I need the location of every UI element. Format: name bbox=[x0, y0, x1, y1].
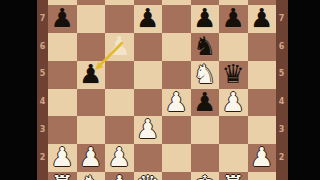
rank-label-6: 6 bbox=[276, 43, 287, 51]
white-pawn: ♟ bbox=[77, 144, 106, 172]
square-c2[interactable]: ♟ bbox=[105, 144, 134, 172]
square-e1[interactable] bbox=[162, 172, 191, 180]
square-f2[interactable] bbox=[191, 144, 220, 172]
square-c6[interactable] bbox=[105, 33, 134, 61]
square-b3[interactable] bbox=[77, 116, 106, 144]
square-g2[interactable] bbox=[219, 144, 248, 172]
square-g6[interactable] bbox=[219, 33, 248, 61]
square-d4[interactable] bbox=[134, 89, 163, 117]
square-d5[interactable] bbox=[134, 61, 163, 89]
square-b4[interactable] bbox=[77, 89, 106, 117]
white-rook: ♜ bbox=[48, 172, 77, 180]
white-rook: ♜ bbox=[219, 172, 248, 180]
rank-label-6: 6 bbox=[37, 43, 48, 51]
square-f3[interactable] bbox=[191, 116, 220, 144]
square-a5[interactable] bbox=[48, 61, 77, 89]
square-f7[interactable]: ♟ bbox=[191, 5, 220, 33]
left-black-bar bbox=[0, 0, 37, 180]
square-f5[interactable]: ♞ bbox=[191, 61, 220, 89]
square-a3[interactable] bbox=[48, 116, 77, 144]
square-f1[interactable]: ♚ bbox=[191, 172, 220, 180]
square-a6[interactable] bbox=[48, 33, 77, 61]
right-black-bar bbox=[288, 0, 320, 180]
square-d7[interactable]: ♟ bbox=[134, 5, 163, 33]
square-a2[interactable]: ♟ bbox=[48, 144, 77, 172]
white-pawn: ♟ bbox=[219, 89, 248, 117]
square-f6[interactable]: ♞ bbox=[191, 33, 220, 61]
white-bishop: ♝ bbox=[105, 172, 134, 180]
square-c3[interactable] bbox=[105, 116, 134, 144]
white-pawn: ♟ bbox=[248, 144, 277, 172]
square-b1[interactable]: ♞ bbox=[77, 172, 106, 180]
square-c4[interactable] bbox=[105, 89, 134, 117]
square-g4[interactable]: ♟ bbox=[219, 89, 248, 117]
rank-label-7: 7 bbox=[276, 15, 287, 23]
square-c7[interactable] bbox=[105, 5, 134, 33]
black-queen: ♛ bbox=[219, 61, 248, 89]
square-d3[interactable]: ♟ bbox=[134, 116, 163, 144]
rank-label-4: 4 bbox=[37, 98, 48, 106]
square-a1[interactable]: ♜ bbox=[48, 172, 77, 180]
chess-video-frame: ♜♞♝♚♝♜♟♟♟♟♟♞♟♞♛♟♟♟♟♟♟♟♟♜♞♝♛♚♜ 765432 765… bbox=[0, 0, 320, 180]
square-e7[interactable] bbox=[162, 5, 191, 33]
black-pawn: ♟ bbox=[48, 5, 77, 33]
square-g3[interactable] bbox=[219, 116, 248, 144]
square-b5[interactable]: ♟ bbox=[77, 61, 106, 89]
square-h4[interactable] bbox=[248, 89, 277, 117]
square-e2[interactable] bbox=[162, 144, 191, 172]
square-h5[interactable] bbox=[248, 61, 277, 89]
white-knight: ♞ bbox=[77, 172, 106, 180]
square-e4[interactable]: ♟ bbox=[162, 89, 191, 117]
white-queen: ♛ bbox=[134, 172, 163, 180]
square-a7[interactable]: ♟ bbox=[48, 5, 77, 33]
square-d6[interactable] bbox=[134, 33, 163, 61]
black-pawn: ♟ bbox=[248, 5, 277, 33]
white-pawn: ♟ bbox=[162, 89, 191, 117]
black-pawn: ♟ bbox=[191, 5, 220, 33]
rank-label-4: 4 bbox=[276, 98, 287, 106]
square-b2[interactable]: ♟ bbox=[77, 144, 106, 172]
square-g5[interactable]: ♛ bbox=[219, 61, 248, 89]
square-b6[interactable] bbox=[77, 33, 106, 61]
square-d1[interactable]: ♛ bbox=[134, 172, 163, 180]
square-h1[interactable] bbox=[248, 172, 277, 180]
rank-label-7: 7 bbox=[37, 15, 48, 23]
black-pawn: ♟ bbox=[219, 5, 248, 33]
rank-label-2: 2 bbox=[276, 154, 287, 162]
square-d2[interactable] bbox=[134, 144, 163, 172]
square-a4[interactable] bbox=[48, 89, 77, 117]
square-g1[interactable]: ♜ bbox=[219, 172, 248, 180]
rank-label-5: 5 bbox=[37, 70, 48, 78]
black-pawn: ♟ bbox=[134, 5, 163, 33]
rank-label-3: 3 bbox=[276, 126, 287, 134]
square-h2[interactable]: ♟ bbox=[248, 144, 277, 172]
black-pawn: ♟ bbox=[77, 61, 106, 89]
square-h7[interactable]: ♟ bbox=[248, 5, 277, 33]
square-h6[interactable] bbox=[248, 33, 277, 61]
rank-label-3: 3 bbox=[37, 126, 48, 134]
white-pawn: ♟ bbox=[48, 144, 77, 172]
rank-label-2: 2 bbox=[37, 154, 48, 162]
square-c1[interactable]: ♝ bbox=[105, 172, 134, 180]
rank-label-5: 5 bbox=[276, 70, 287, 78]
board-frame: ♜♞♝♚♝♜♟♟♟♟♟♞♟♞♛♟♟♟♟♟♟♟♟♜♞♝♛♚♜ 765432 765… bbox=[37, 0, 288, 180]
white-pawn: ♟ bbox=[105, 144, 134, 172]
square-f4[interactable]: ♟ bbox=[191, 89, 220, 117]
square-c5[interactable] bbox=[105, 61, 134, 89]
white-pawn: ♟ bbox=[134, 116, 163, 144]
white-king: ♚ bbox=[191, 172, 220, 180]
square-h3[interactable] bbox=[248, 116, 277, 144]
white-knight: ♞ bbox=[191, 61, 220, 89]
black-knight: ♞ bbox=[191, 33, 220, 61]
chess-board: ♜♞♝♚♝♜♟♟♟♟♟♞♟♞♛♟♟♟♟♟♟♟♟♜♞♝♛♚♜ bbox=[48, 0, 276, 180]
square-e3[interactable] bbox=[162, 116, 191, 144]
square-g7[interactable]: ♟ bbox=[219, 5, 248, 33]
black-pawn: ♟ bbox=[191, 89, 220, 117]
square-e5[interactable] bbox=[162, 61, 191, 89]
square-e6[interactable] bbox=[162, 33, 191, 61]
square-b7[interactable] bbox=[77, 5, 106, 33]
